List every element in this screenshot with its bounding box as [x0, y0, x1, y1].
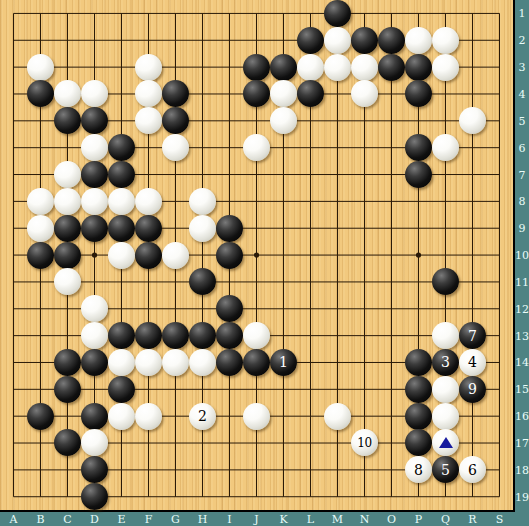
board-cell-A3[interactable] [0, 54, 27, 81]
board-cell-F18[interactable] [135, 456, 162, 483]
board-cell-D15[interactable] [81, 376, 108, 403]
board-cell-P8[interactable] [405, 188, 432, 215]
board-cell-O16[interactable] [378, 403, 405, 430]
board-cell-Q19[interactable] [432, 483, 459, 510]
board-cell-D6[interactable] [81, 134, 108, 161]
board-cell-K4[interactable] [270, 81, 297, 108]
board-cell-B11[interactable] [27, 268, 54, 295]
board-cell-I15[interactable] [216, 376, 243, 403]
board-cell-P13[interactable] [405, 322, 432, 349]
board-cell-Q18[interactable]: 5 [432, 456, 459, 483]
board-cell-F14[interactable] [135, 349, 162, 376]
board-cell-R8[interactable] [459, 188, 486, 215]
board-cell-O6[interactable] [378, 134, 405, 161]
board-cell-R5[interactable] [459, 107, 486, 134]
board-cell-Q6[interactable] [432, 134, 459, 161]
board-cell-S3[interactable] [486, 54, 513, 81]
board-cell-R13[interactable]: 7 [459, 322, 486, 349]
board-cell-O10[interactable] [378, 242, 405, 269]
board-cell-C9[interactable] [54, 215, 81, 242]
board-cell-A14[interactable] [0, 349, 27, 376]
board-cell-A13[interactable] [0, 322, 27, 349]
board-cell-N8[interactable] [351, 188, 378, 215]
board-cell-N12[interactable] [351, 295, 378, 322]
board-cell-I19[interactable] [216, 483, 243, 510]
board-cell-N4[interactable] [351, 81, 378, 108]
board-cell-J1[interactable] [243, 0, 270, 27]
board-cell-J13[interactable] [243, 322, 270, 349]
board-cell-G16[interactable] [162, 403, 189, 430]
board-cell-Q5[interactable] [432, 107, 459, 134]
board-cell-G11[interactable] [162, 268, 189, 295]
board-cell-B3[interactable] [27, 54, 54, 81]
board-cell-O7[interactable] [378, 161, 405, 188]
board-cell-P1[interactable] [405, 0, 432, 27]
board-cell-K2[interactable] [270, 27, 297, 54]
board-cell-G4[interactable] [162, 81, 189, 108]
board-cell-Q15[interactable] [432, 376, 459, 403]
board-cell-L1[interactable] [297, 0, 324, 27]
board-cell-H5[interactable] [189, 107, 216, 134]
board-cell-H7[interactable] [189, 161, 216, 188]
board-cell-N5[interactable] [351, 107, 378, 134]
board-cell-D19[interactable] [81, 483, 108, 510]
board-cell-L5[interactable] [297, 107, 324, 134]
board-cell-Q14[interactable]: 3 [432, 349, 459, 376]
board-cell-I14[interactable] [216, 349, 243, 376]
board-cell-R17[interactable] [459, 430, 486, 457]
board-cell-G1[interactable] [162, 0, 189, 27]
board-cell-A2[interactable] [0, 27, 27, 54]
board-cell-F7[interactable] [135, 161, 162, 188]
board-cell-I10[interactable] [216, 242, 243, 269]
board-cell-J3[interactable] [243, 54, 270, 81]
board-cell-H14[interactable] [189, 349, 216, 376]
board-cell-Q17[interactable] [432, 430, 459, 457]
board-cell-K17[interactable] [270, 430, 297, 457]
board-cell-J14[interactable] [243, 349, 270, 376]
board-cell-R11[interactable] [459, 268, 486, 295]
board-cell-F16[interactable] [135, 403, 162, 430]
board-cell-Q7[interactable] [432, 161, 459, 188]
board-cell-A17[interactable] [0, 430, 27, 457]
board-cell-P19[interactable] [405, 483, 432, 510]
board-cell-L14[interactable] [297, 349, 324, 376]
board-cell-F10[interactable] [135, 242, 162, 269]
board-cell-G14[interactable] [162, 349, 189, 376]
board-cell-A7[interactable] [0, 161, 27, 188]
board-cell-B8[interactable] [27, 188, 54, 215]
board-cell-C15[interactable] [54, 376, 81, 403]
board-cell-O1[interactable] [378, 0, 405, 27]
board-cell-D14[interactable] [81, 349, 108, 376]
board-cell-R9[interactable] [459, 215, 486, 242]
board-cell-L2[interactable] [297, 27, 324, 54]
board-cell-F3[interactable] [135, 54, 162, 81]
board-cell-F15[interactable] [135, 376, 162, 403]
board-cell-J10[interactable] [243, 242, 270, 269]
board-cell-G10[interactable] [162, 242, 189, 269]
board-cell-B2[interactable] [27, 27, 54, 54]
board-cell-M3[interactable] [324, 54, 351, 81]
board-cell-E11[interactable] [108, 268, 135, 295]
board-cell-J4[interactable] [243, 81, 270, 108]
board-cell-Q12[interactable] [432, 295, 459, 322]
board-cell-H10[interactable] [189, 242, 216, 269]
board-cell-O19[interactable] [378, 483, 405, 510]
board-cell-P14[interactable] [405, 349, 432, 376]
board-cell-S1[interactable] [486, 0, 513, 27]
board-cell-A6[interactable] [0, 134, 27, 161]
board-cell-K14[interactable]: 1 [270, 349, 297, 376]
board-cell-J18[interactable] [243, 456, 270, 483]
board-cell-C4[interactable] [54, 81, 81, 108]
board-cell-J8[interactable] [243, 188, 270, 215]
board-cell-E17[interactable] [108, 430, 135, 457]
board-cell-R18[interactable]: 6 [459, 456, 486, 483]
board-cell-K6[interactable] [270, 134, 297, 161]
board-cell-D4[interactable] [81, 81, 108, 108]
board-cell-A10[interactable] [0, 242, 27, 269]
board-cell-S6[interactable] [486, 134, 513, 161]
board-cell-I2[interactable] [216, 27, 243, 54]
board-cell-E2[interactable] [108, 27, 135, 54]
board-cell-O15[interactable] [378, 376, 405, 403]
board-cell-H19[interactable] [189, 483, 216, 510]
board-cell-S2[interactable] [486, 27, 513, 54]
board-cell-G3[interactable] [162, 54, 189, 81]
board-cell-I4[interactable] [216, 81, 243, 108]
board-cell-J19[interactable] [243, 483, 270, 510]
board-cell-C5[interactable] [54, 107, 81, 134]
board-cell-C7[interactable] [54, 161, 81, 188]
board-cell-I3[interactable] [216, 54, 243, 81]
board-cell-H18[interactable] [189, 456, 216, 483]
board-cell-G18[interactable] [162, 456, 189, 483]
board-cell-A1[interactable] [0, 0, 27, 27]
board-cell-N11[interactable] [351, 268, 378, 295]
board-cell-B15[interactable] [27, 376, 54, 403]
board-cell-S16[interactable] [486, 403, 513, 430]
board-cell-P3[interactable] [405, 54, 432, 81]
board-cell-H13[interactable] [189, 322, 216, 349]
board-cell-N19[interactable] [351, 483, 378, 510]
board-cell-J15[interactable] [243, 376, 270, 403]
board-cell-B9[interactable] [27, 215, 54, 242]
board-cell-S15[interactable] [486, 376, 513, 403]
board-cell-E16[interactable] [108, 403, 135, 430]
board-cell-N17[interactable]: 10 [351, 430, 378, 457]
board-cell-L3[interactable] [297, 54, 324, 81]
board-cell-F17[interactable] [135, 430, 162, 457]
board-cell-S11[interactable] [486, 268, 513, 295]
board-cell-P10[interactable] [405, 242, 432, 269]
board-cell-H12[interactable] [189, 295, 216, 322]
board-cell-J9[interactable] [243, 215, 270, 242]
board-cell-P2[interactable] [405, 27, 432, 54]
board-cell-R6[interactable] [459, 134, 486, 161]
board-cell-C1[interactable] [54, 0, 81, 27]
board-cell-K5[interactable] [270, 107, 297, 134]
board-cell-C8[interactable] [54, 188, 81, 215]
board-cell-B6[interactable] [27, 134, 54, 161]
board-cell-G12[interactable] [162, 295, 189, 322]
board-cell-F9[interactable] [135, 215, 162, 242]
board-cell-C2[interactable] [54, 27, 81, 54]
board-cell-I8[interactable] [216, 188, 243, 215]
board-cell-K9[interactable] [270, 215, 297, 242]
board-cell-N16[interactable] [351, 403, 378, 430]
board-cell-O12[interactable] [378, 295, 405, 322]
board-cell-S13[interactable] [486, 322, 513, 349]
board-cell-C10[interactable] [54, 242, 81, 269]
board-cell-L11[interactable] [297, 268, 324, 295]
board-cell-F5[interactable] [135, 107, 162, 134]
board-cell-F4[interactable] [135, 81, 162, 108]
board-cell-L18[interactable] [297, 456, 324, 483]
board-cell-N14[interactable] [351, 349, 378, 376]
board-cell-H6[interactable] [189, 134, 216, 161]
board-cell-N6[interactable] [351, 134, 378, 161]
board-cell-G5[interactable] [162, 107, 189, 134]
board-cell-E13[interactable] [108, 322, 135, 349]
board-cell-R3[interactable] [459, 54, 486, 81]
board-cell-F11[interactable] [135, 268, 162, 295]
board-cell-M19[interactable] [324, 483, 351, 510]
board-cell-L19[interactable] [297, 483, 324, 510]
board-cell-C11[interactable] [54, 268, 81, 295]
board-cell-D11[interactable] [81, 268, 108, 295]
board-cell-O3[interactable] [378, 54, 405, 81]
board-cell-S12[interactable] [486, 295, 513, 322]
board-cell-S4[interactable] [486, 81, 513, 108]
board-cell-R10[interactable] [459, 242, 486, 269]
board-cell-M9[interactable] [324, 215, 351, 242]
board-cell-B7[interactable] [27, 161, 54, 188]
board-cell-O2[interactable] [378, 27, 405, 54]
board-cell-Q9[interactable] [432, 215, 459, 242]
board-cell-K19[interactable] [270, 483, 297, 510]
board-cell-S19[interactable] [486, 483, 513, 510]
board-cell-H11[interactable] [189, 268, 216, 295]
board-cell-R12[interactable] [459, 295, 486, 322]
board-cell-I6[interactable] [216, 134, 243, 161]
board-cell-G9[interactable] [162, 215, 189, 242]
board-cell-E10[interactable] [108, 242, 135, 269]
board-cell-D3[interactable] [81, 54, 108, 81]
board-cell-Q10[interactable] [432, 242, 459, 269]
board-cell-R19[interactable] [459, 483, 486, 510]
board-cell-R7[interactable] [459, 161, 486, 188]
board-cell-K1[interactable] [270, 0, 297, 27]
board-cell-G2[interactable] [162, 27, 189, 54]
board-cell-E4[interactable] [108, 81, 135, 108]
board-cell-B13[interactable] [27, 322, 54, 349]
board-cell-B17[interactable] [27, 430, 54, 457]
board-cell-K10[interactable] [270, 242, 297, 269]
board-cell-G15[interactable] [162, 376, 189, 403]
board-cell-I9[interactable] [216, 215, 243, 242]
board-cell-A16[interactable] [0, 403, 27, 430]
board-cell-C12[interactable] [54, 295, 81, 322]
board-cell-P5[interactable] [405, 107, 432, 134]
board-cell-N18[interactable] [351, 456, 378, 483]
board-cell-R14[interactable]: 4 [459, 349, 486, 376]
board-cell-H9[interactable] [189, 215, 216, 242]
board-cell-P11[interactable] [405, 268, 432, 295]
board-cell-R16[interactable] [459, 403, 486, 430]
board-cell-F13[interactable] [135, 322, 162, 349]
board-cell-P18[interactable]: 8 [405, 456, 432, 483]
board-cell-D18[interactable] [81, 456, 108, 483]
board-cell-M1[interactable] [324, 0, 351, 27]
board-cell-B1[interactable] [27, 0, 54, 27]
board-cell-E9[interactable] [108, 215, 135, 242]
board-cell-H2[interactable] [189, 27, 216, 54]
board-cell-E19[interactable] [108, 483, 135, 510]
board-cell-B12[interactable] [27, 295, 54, 322]
board-cell-M17[interactable] [324, 430, 351, 457]
board-cell-I11[interactable] [216, 268, 243, 295]
board-cell-M14[interactable] [324, 349, 351, 376]
board-cell-D8[interactable] [81, 188, 108, 215]
board-cell-L6[interactable] [297, 134, 324, 161]
board-cell-K15[interactable] [270, 376, 297, 403]
board-cell-K7[interactable] [270, 161, 297, 188]
board-cell-J12[interactable] [243, 295, 270, 322]
board-cell-N15[interactable] [351, 376, 378, 403]
board-cell-S5[interactable] [486, 107, 513, 134]
board-cell-M5[interactable] [324, 107, 351, 134]
board-cell-N13[interactable] [351, 322, 378, 349]
board-cell-M8[interactable] [324, 188, 351, 215]
board-cell-C16[interactable] [54, 403, 81, 430]
board-cell-B19[interactable] [27, 483, 54, 510]
board-cell-N3[interactable] [351, 54, 378, 81]
board-cell-S17[interactable] [486, 430, 513, 457]
board-cell-H15[interactable] [189, 376, 216, 403]
board-cell-M7[interactable] [324, 161, 351, 188]
board-cell-I17[interactable] [216, 430, 243, 457]
board-cell-O13[interactable] [378, 322, 405, 349]
board-cell-S7[interactable] [486, 161, 513, 188]
board-cell-G7[interactable] [162, 161, 189, 188]
board-cell-A15[interactable] [0, 376, 27, 403]
board-cell-P7[interactable] [405, 161, 432, 188]
board-cell-G8[interactable] [162, 188, 189, 215]
board-cell-F19[interactable] [135, 483, 162, 510]
board-cell-P17[interactable] [405, 430, 432, 457]
board-cell-E12[interactable] [108, 295, 135, 322]
board-cell-D9[interactable] [81, 215, 108, 242]
board-cell-B4[interactable] [27, 81, 54, 108]
board-cell-E3[interactable] [108, 54, 135, 81]
board-cell-D17[interactable] [81, 430, 108, 457]
board-cell-L12[interactable] [297, 295, 324, 322]
board-cell-I13[interactable] [216, 322, 243, 349]
board-cell-R4[interactable] [459, 81, 486, 108]
board-cell-F2[interactable] [135, 27, 162, 54]
board-cell-O17[interactable] [378, 430, 405, 457]
board-cell-J2[interactable] [243, 27, 270, 54]
board-cell-J16[interactable] [243, 403, 270, 430]
board-cell-L8[interactable] [297, 188, 324, 215]
board-cell-J5[interactable] [243, 107, 270, 134]
board-cell-C19[interactable] [54, 483, 81, 510]
board-cell-O8[interactable] [378, 188, 405, 215]
board-cell-D16[interactable] [81, 403, 108, 430]
board-cell-N10[interactable] [351, 242, 378, 269]
board-cell-Q11[interactable] [432, 268, 459, 295]
board-cell-N9[interactable] [351, 215, 378, 242]
board-cell-C13[interactable] [54, 322, 81, 349]
board-cell-J17[interactable] [243, 430, 270, 457]
board-cell-Q13[interactable] [432, 322, 459, 349]
board-cell-O9[interactable] [378, 215, 405, 242]
board-cell-L10[interactable] [297, 242, 324, 269]
board-cell-F1[interactable] [135, 0, 162, 27]
board-cell-S9[interactable] [486, 215, 513, 242]
board-cell-M6[interactable] [324, 134, 351, 161]
board-cell-S8[interactable] [486, 188, 513, 215]
board-cell-B16[interactable] [27, 403, 54, 430]
board-cell-C18[interactable] [54, 456, 81, 483]
board-cell-I5[interactable] [216, 107, 243, 134]
board-cell-Q4[interactable] [432, 81, 459, 108]
board-cell-E18[interactable] [108, 456, 135, 483]
board-cell-D7[interactable] [81, 161, 108, 188]
board-cell-D13[interactable] [81, 322, 108, 349]
board-cell-H8[interactable] [189, 188, 216, 215]
board-cell-Q3[interactable] [432, 54, 459, 81]
board-cell-H4[interactable] [189, 81, 216, 108]
board-cell-A11[interactable] [0, 268, 27, 295]
board-cell-H1[interactable] [189, 0, 216, 27]
board-cell-E7[interactable] [108, 161, 135, 188]
board-cell-M4[interactable] [324, 81, 351, 108]
board-cell-A5[interactable] [0, 107, 27, 134]
board-cell-F8[interactable] [135, 188, 162, 215]
board-cell-E5[interactable] [108, 107, 135, 134]
board-cell-P12[interactable] [405, 295, 432, 322]
board-cell-E15[interactable] [108, 376, 135, 403]
board-cell-C17[interactable] [54, 430, 81, 457]
board-cell-P6[interactable] [405, 134, 432, 161]
board-cell-J11[interactable] [243, 268, 270, 295]
board-cell-O14[interactable] [378, 349, 405, 376]
board-cell-F12[interactable] [135, 295, 162, 322]
board-cell-O11[interactable] [378, 268, 405, 295]
board-cell-D10[interactable] [81, 242, 108, 269]
board-cell-L4[interactable] [297, 81, 324, 108]
board-cell-P16[interactable] [405, 403, 432, 430]
board-cell-R1[interactable] [459, 0, 486, 27]
board-cell-L9[interactable] [297, 215, 324, 242]
board-cell-K12[interactable] [270, 295, 297, 322]
board-cell-O18[interactable] [378, 456, 405, 483]
board-cell-A9[interactable] [0, 215, 27, 242]
board-cell-Q1[interactable] [432, 0, 459, 27]
board-cell-E14[interactable] [108, 349, 135, 376]
board-cell-H3[interactable] [189, 54, 216, 81]
board-cell-J6[interactable] [243, 134, 270, 161]
board-cell-K11[interactable] [270, 268, 297, 295]
board-cell-S14[interactable] [486, 349, 513, 376]
board-cell-F6[interactable] [135, 134, 162, 161]
board-cell-H17[interactable] [189, 430, 216, 457]
board-cell-C6[interactable] [54, 134, 81, 161]
board-cell-K18[interactable] [270, 456, 297, 483]
